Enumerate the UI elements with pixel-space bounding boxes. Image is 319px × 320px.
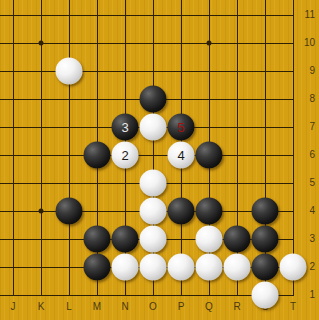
- row-label-10: 10: [294, 37, 315, 48]
- grid-line-horizontal-10: [0, 43, 294, 44]
- stone-black-N7[interactable]: 3: [112, 114, 139, 141]
- column-label-P: P: [178, 301, 185, 312]
- stone-white-Q3[interactable]: [196, 226, 223, 253]
- stone-white-S1[interactable]: [252, 282, 279, 309]
- column-label-M: M: [93, 301, 101, 312]
- stone-white-L9[interactable]: [56, 58, 83, 85]
- stone-white-O3[interactable]: [140, 226, 167, 253]
- row-label-11: 11: [294, 9, 315, 20]
- stone-black-Q4[interactable]: [196, 198, 223, 225]
- grid-line-vertical-J: [13, 0, 14, 296]
- stone-black-M2[interactable]: [84, 254, 111, 281]
- column-label-R: R: [233, 301, 240, 312]
- stone-black-M3[interactable]: [84, 226, 111, 253]
- star-point-K10: [39, 41, 44, 46]
- stone-white-P6[interactable]: 4: [168, 142, 195, 169]
- stone-white-O5[interactable]: [140, 170, 167, 197]
- stone-black-O8[interactable]: [140, 86, 167, 113]
- column-label-K: K: [38, 301, 45, 312]
- column-label-O: O: [149, 301, 157, 312]
- grid-line-horizontal-9: [0, 71, 294, 72]
- column-label-Q: Q: [205, 301, 213, 312]
- move-number-5: 5: [177, 121, 184, 134]
- row-label-3: 3: [294, 233, 315, 244]
- row-label-4: 4: [294, 205, 315, 216]
- column-label-L: L: [66, 301, 72, 312]
- stone-black-N3[interactable]: [112, 226, 139, 253]
- stone-white-N6[interactable]: 2: [112, 142, 139, 169]
- move-number-3: 3: [121, 121, 128, 134]
- stone-white-R2[interactable]: [224, 254, 251, 281]
- stone-black-S4[interactable]: [252, 198, 279, 225]
- stone-white-P2[interactable]: [168, 254, 195, 281]
- star-point-Q10: [207, 41, 212, 46]
- star-point-K4: [39, 209, 44, 214]
- stone-black-P7[interactable]: 5: [168, 114, 195, 141]
- stone-black-S2[interactable]: [252, 254, 279, 281]
- stone-white-T2[interactable]: [280, 254, 307, 281]
- grid-line-vertical-L: [69, 0, 70, 296]
- move-number-4: 4: [177, 149, 184, 162]
- go-board[interactable]: JKLMNOPQRST11109876543213524: [0, 0, 319, 320]
- column-label-J: J: [11, 301, 16, 312]
- stone-black-Q6[interactable]: [196, 142, 223, 169]
- stone-black-P4[interactable]: [168, 198, 195, 225]
- stone-white-O7[interactable]: [140, 114, 167, 141]
- grid-line-horizontal-6: [0, 155, 294, 156]
- row-label-6: 6: [294, 149, 315, 160]
- row-label-9: 9: [294, 65, 315, 76]
- row-label-1: 1: [294, 289, 315, 300]
- grid-line-horizontal-11: [0, 15, 294, 16]
- stone-black-L4[interactable]: [56, 198, 83, 225]
- column-label-N: N: [121, 301, 128, 312]
- row-label-8: 8: [294, 93, 315, 104]
- go-diagram: JKLMNOPQRST11109876543213524: [0, 0, 319, 320]
- stone-black-M6[interactable]: [84, 142, 111, 169]
- move-number-2: 2: [121, 149, 128, 162]
- row-label-7: 7: [294, 121, 315, 132]
- stone-black-R3[interactable]: [224, 226, 251, 253]
- column-label-T: T: [290, 301, 296, 312]
- stone-black-S3[interactable]: [252, 226, 279, 253]
- row-label-5: 5: [294, 177, 315, 188]
- stone-white-N2[interactable]: [112, 254, 139, 281]
- stone-white-O4[interactable]: [140, 198, 167, 225]
- grid-line-horizontal-1: [0, 295, 294, 296]
- stone-white-O2[interactable]: [140, 254, 167, 281]
- stone-white-Q2[interactable]: [196, 254, 223, 281]
